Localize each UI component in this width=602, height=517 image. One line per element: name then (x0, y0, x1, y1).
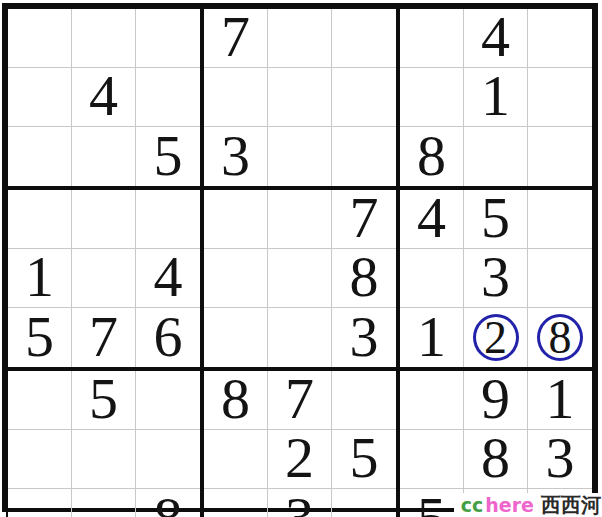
circled-digit: 2 (473, 314, 519, 361)
cell-r3c2[interactable] (72, 127, 136, 186)
cell-r7c5[interactable]: 7 (268, 371, 332, 430)
given-digit: 7 (350, 189, 379, 247)
given-digit: 7 (285, 370, 314, 428)
given-digit: 8 (221, 370, 250, 428)
cell-r8c3[interactable] (136, 430, 200, 489)
cell-r2c5[interactable] (268, 68, 332, 127)
box-3-2: 87253 (202, 369, 398, 517)
given-digit: 5 (25, 308, 54, 366)
given-digit: 4 (89, 67, 118, 125)
cell-r3c6[interactable] (332, 127, 396, 186)
watermark-here: here (485, 495, 534, 516)
given-digit: 7 (221, 8, 250, 66)
cell-r1c1[interactable] (8, 9, 72, 68)
given-digit: 1 (25, 248, 54, 306)
cell-r9c3[interactable]: 8 (136, 489, 200, 517)
box-1-1: 45 (6, 7, 202, 188)
box-2-2: 783 (202, 188, 398, 369)
given-digit: 8 (417, 127, 446, 185)
given-digit: 7 (89, 308, 118, 366)
cell-r1c4[interactable]: 7 (204, 9, 268, 68)
box-1-2: 73 (202, 7, 398, 188)
cell-r8c2[interactable] (72, 430, 136, 489)
cell-r4c8[interactable]: 5 (464, 190, 528, 249)
cell-r3c5[interactable] (268, 127, 332, 186)
cell-r8c7[interactable] (400, 430, 464, 489)
cell-r1c3[interactable] (136, 9, 200, 68)
cell-r9c4[interactable] (204, 489, 268, 517)
given-digit: 1 (546, 370, 575, 428)
cell-r5c3[interactable]: 4 (136, 249, 200, 308)
cell-r2c8[interactable]: 1 (464, 68, 528, 127)
cell-r6c2[interactable]: 7 (72, 308, 136, 367)
cell-r8c8[interactable]: 8 (464, 430, 528, 489)
cell-r3c4[interactable]: 3 (204, 127, 268, 186)
watermark-site-name: 西西河 (541, 495, 601, 516)
cell-r2c9[interactable] (528, 68, 592, 127)
cell-r4c5[interactable] (268, 190, 332, 249)
cell-r3c7[interactable]: 8 (400, 127, 464, 186)
cell-r5c7[interactable] (400, 249, 464, 308)
cell-r4c2[interactable] (72, 190, 136, 249)
cell-r2c7[interactable] (400, 68, 464, 127)
given-digit: 9 (481, 370, 510, 428)
cell-r4c4[interactable] (204, 190, 268, 249)
cell-r7c1[interactable] (8, 371, 72, 430)
cell-r1c8[interactable]: 4 (464, 9, 528, 68)
cell-r6c1[interactable]: 5 (8, 308, 72, 367)
given-digit: 3 (546, 429, 575, 487)
cell-r5c8[interactable]: 3 (464, 249, 528, 308)
given-digit: 4 (481, 8, 510, 66)
cell-r4c3[interactable] (136, 190, 200, 249)
cell-r9c6[interactable] (332, 489, 396, 517)
cell-r4c6[interactable]: 7 (332, 190, 396, 249)
cell-r5c2[interactable] (72, 249, 136, 308)
cell-r2c1[interactable] (8, 68, 72, 127)
cell-r8c5[interactable]: 2 (268, 430, 332, 489)
given-digit: 3 (285, 489, 314, 517)
cell-r5c9[interactable] (528, 249, 592, 308)
given-digit: 8 (481, 429, 510, 487)
given-digit: 5 (154, 127, 183, 185)
cell-r4c7[interactable]: 4 (400, 190, 464, 249)
cell-r6c7[interactable]: 1 (400, 308, 464, 367)
box-1-3: 418 (398, 7, 594, 188)
cell-r3c3[interactable]: 5 (136, 127, 200, 186)
sudoku-screenshot: 4573418145767834531285887253918354 cc he… (0, 0, 602, 517)
cell-r3c9[interactable] (528, 127, 592, 186)
given-digit: 5 (417, 489, 446, 517)
cell-r6c4[interactable] (204, 308, 268, 367)
cell-r7c2[interactable]: 5 (72, 371, 136, 430)
cell-r6c9[interactable]: 8 (528, 308, 592, 367)
cell-r8c6[interactable]: 5 (332, 430, 396, 489)
given-digit: 5 (350, 429, 379, 487)
box-2-1: 14576 (6, 188, 202, 369)
cell-r6c6[interactable]: 3 (332, 308, 396, 367)
cell-r9c5[interactable]: 3 (268, 489, 332, 517)
cell-r4c9[interactable] (528, 190, 592, 249)
cell-r7c7[interactable] (400, 371, 464, 430)
given-digit: 4 (154, 248, 183, 306)
cell-r5c5[interactable] (268, 249, 332, 308)
cell-r1c7[interactable] (400, 9, 464, 68)
cell-r1c5[interactable] (268, 9, 332, 68)
cell-r3c8[interactable] (464, 127, 528, 186)
given-digit: 8 (154, 489, 183, 517)
cell-r2c2[interactable]: 4 (72, 68, 136, 127)
cell-r5c4[interactable] (204, 249, 268, 308)
cell-r2c3[interactable] (136, 68, 200, 127)
sudoku-board: 4573418145767834531285887253918354 (2, 3, 598, 512)
given-digit: 3 (350, 308, 379, 366)
cell-r7c4[interactable]: 8 (204, 371, 268, 430)
cell-r9c2[interactable] (72, 489, 136, 517)
cell-r7c6[interactable] (332, 371, 396, 430)
cell-r2c4[interactable] (204, 68, 268, 127)
cell-r8c4[interactable] (204, 430, 268, 489)
cell-r8c1[interactable] (8, 430, 72, 489)
given-digit: 2 (285, 429, 314, 487)
cell-r1c9[interactable] (528, 9, 592, 68)
given-digit: 1 (481, 67, 510, 125)
circled-digit: 8 (537, 314, 583, 361)
given-digit: 1 (417, 308, 446, 366)
box-2-3: 453128 (398, 188, 594, 369)
cell-r1c2[interactable] (72, 9, 136, 68)
cell-r8c9[interactable]: 3 (528, 430, 592, 489)
cell-r6c3[interactable]: 6 (136, 308, 200, 367)
given-digit: 4 (417, 189, 446, 247)
cell-r7c3[interactable] (136, 371, 200, 430)
cell-r1c6[interactable] (332, 9, 396, 68)
cell-r9c1[interactable] (8, 489, 72, 517)
watermark: cc here 西西河 (454, 493, 602, 517)
cell-r4c1[interactable] (8, 190, 72, 249)
given-digit: 3 (221, 127, 250, 185)
given-digit: 8 (350, 248, 379, 306)
cell-r3c1[interactable] (8, 127, 72, 186)
watermark-cc: cc (461, 495, 484, 516)
cell-r6c5[interactable] (268, 308, 332, 367)
cell-r2c6[interactable] (332, 68, 396, 127)
given-digit: 5 (481, 189, 510, 247)
cell-r6c8[interactable]: 2 (464, 308, 528, 367)
cell-r7c9[interactable]: 1 (528, 371, 592, 430)
cell-r5c6[interactable]: 8 (332, 249, 396, 308)
cell-r5c1[interactable]: 1 (8, 249, 72, 308)
given-digit: 5 (89, 370, 118, 428)
given-digit: 3 (481, 248, 510, 306)
box-3-1: 58 (6, 369, 202, 517)
cell-r7c8[interactable]: 9 (464, 371, 528, 430)
given-digit: 6 (154, 308, 183, 366)
